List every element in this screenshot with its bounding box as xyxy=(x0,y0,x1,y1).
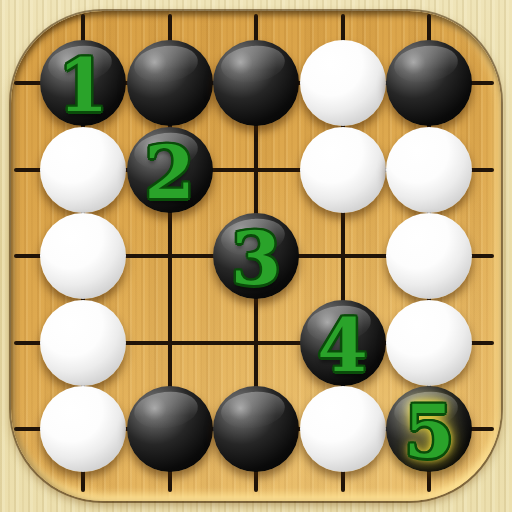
move-number: 5 xyxy=(404,396,454,468)
black-stone-r1c1: 1 xyxy=(40,40,126,126)
white-stone-r2c5 xyxy=(386,127,472,213)
black-stone-r2c2: 2 xyxy=(127,127,213,213)
black-stone-r5c5: 5 xyxy=(386,386,472,472)
black-stone-r5c3 xyxy=(213,386,299,472)
black-stone-r5c2 xyxy=(127,386,213,472)
white-stone-r1c4 xyxy=(300,40,386,126)
app-screen: { "game": "go", "board": { "size": 5, "r… xyxy=(0,0,512,512)
white-stone-r5c4 xyxy=(300,386,386,472)
white-stone-r4c5 xyxy=(386,300,472,386)
move-number: 4 xyxy=(317,310,367,382)
board-point-empty-r2c3[interactable] xyxy=(226,140,286,200)
black-stone-r1c5 xyxy=(386,40,472,126)
white-stone-r3c5 xyxy=(386,213,472,299)
board-point-empty-r4c2[interactable] xyxy=(140,313,200,373)
go-board[interactable]: 12345 xyxy=(11,11,501,501)
move-number: 3 xyxy=(231,223,281,295)
white-stone-r3c1 xyxy=(40,213,126,299)
black-stone-r1c3 xyxy=(213,40,299,126)
black-stone-r4c4: 4 xyxy=(300,300,386,386)
white-stone-r2c1 xyxy=(40,127,126,213)
white-stone-r4c1 xyxy=(40,300,126,386)
white-stone-r5c1 xyxy=(40,386,126,472)
black-stone-r1c2 xyxy=(127,40,213,126)
board-point-empty-r3c4[interactable] xyxy=(313,226,373,286)
move-number: 1 xyxy=(58,50,108,122)
black-stone-r3c3: 3 xyxy=(213,213,299,299)
move-number: 2 xyxy=(144,137,194,209)
board-point-empty-r3c2[interactable] xyxy=(140,226,200,286)
board-point-empty-r4c3[interactable] xyxy=(226,313,286,373)
white-stone-r2c4 xyxy=(300,127,386,213)
